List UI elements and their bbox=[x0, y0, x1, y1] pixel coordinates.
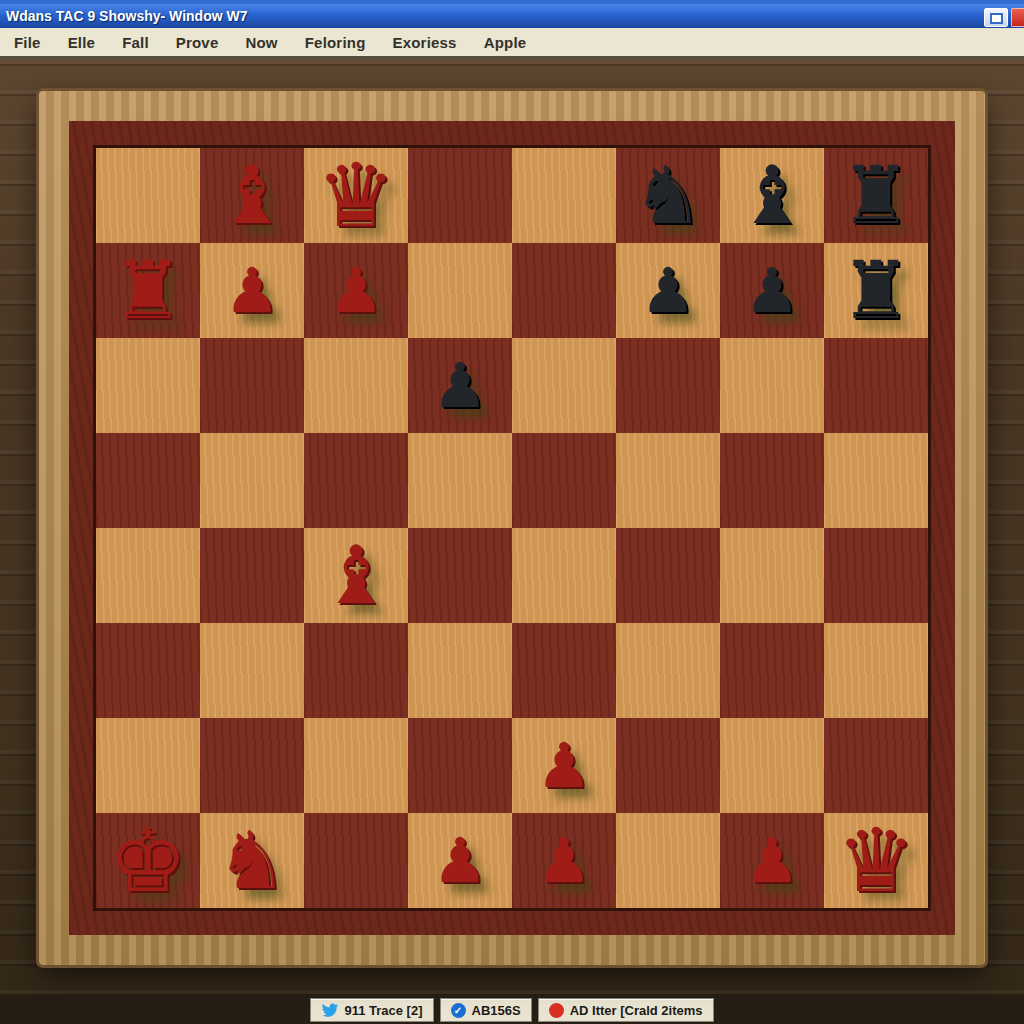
status-bar: 911 Trace [2]✓AB156SAD Itter [Crald 2ite… bbox=[0, 996, 1024, 1024]
square-a3[interactable] bbox=[96, 623, 200, 718]
board-wood-frame: ♝♛♞♝♜♜♟♟♟♟♜♟♝♟♚♞♟♟♟♛ bbox=[39, 91, 985, 965]
square-e5[interactable] bbox=[512, 433, 616, 528]
chess-board: ♝♛♞♝♜♜♟♟♟♟♜♟♝♟♚♞♟♟♟♛ bbox=[96, 148, 928, 908]
square-d5[interactable] bbox=[408, 433, 512, 528]
piece-black-pawn[interactable]: ♟ bbox=[640, 243, 696, 338]
square-c7[interactable]: ♟ bbox=[304, 243, 408, 338]
square-h2[interactable] bbox=[824, 718, 928, 813]
square-g5[interactable] bbox=[720, 433, 824, 528]
square-d8[interactable] bbox=[408, 148, 512, 243]
square-c4[interactable]: ♝ bbox=[304, 528, 408, 623]
piece-red-bishop[interactable]: ♝ bbox=[320, 528, 392, 623]
square-a7[interactable]: ♜ bbox=[96, 243, 200, 338]
piece-red-pawn[interactable]: ♟ bbox=[744, 813, 800, 908]
menu-item-prove[interactable]: Prove bbox=[176, 34, 219, 51]
square-d6[interactable]: ♟ bbox=[408, 338, 512, 433]
piece-red-king[interactable]: ♚ bbox=[109, 813, 188, 908]
square-d4[interactable] bbox=[408, 528, 512, 623]
square-g7[interactable]: ♟ bbox=[720, 243, 824, 338]
square-b5[interactable] bbox=[200, 433, 304, 528]
square-e3[interactable] bbox=[512, 623, 616, 718]
square-b4[interactable] bbox=[200, 528, 304, 623]
square-e2[interactable]: ♟ bbox=[512, 718, 616, 813]
square-f5[interactable] bbox=[616, 433, 720, 528]
square-e6[interactable] bbox=[512, 338, 616, 433]
square-f8[interactable]: ♞ bbox=[616, 148, 720, 243]
square-h6[interactable] bbox=[824, 338, 928, 433]
square-c5[interactable] bbox=[304, 433, 408, 528]
square-c6[interactable] bbox=[304, 338, 408, 433]
menu-item-file[interactable]: File bbox=[14, 34, 41, 51]
piece-red-pawn[interactable]: ♟ bbox=[224, 243, 280, 338]
piece-red-pawn[interactable]: ♟ bbox=[536, 718, 592, 813]
square-g8[interactable]: ♝ bbox=[720, 148, 824, 243]
square-a5[interactable] bbox=[96, 433, 200, 528]
piece-red-pawn[interactable]: ♟ bbox=[536, 813, 592, 908]
window-controls bbox=[984, 8, 1024, 27]
square-d2[interactable] bbox=[408, 718, 512, 813]
menu-item-feloring[interactable]: Feloring bbox=[305, 34, 366, 51]
piece-red-pawn[interactable]: ♟ bbox=[328, 243, 384, 338]
piece-red-pawn[interactable]: ♟ bbox=[432, 813, 488, 908]
piece-red-rook[interactable]: ♜ bbox=[112, 243, 184, 338]
square-a2[interactable] bbox=[96, 718, 200, 813]
square-h8[interactable]: ♜ bbox=[824, 148, 928, 243]
square-f2[interactable] bbox=[616, 718, 720, 813]
square-h7[interactable]: ♜ bbox=[824, 243, 928, 338]
bird-icon bbox=[321, 1003, 338, 1017]
square-c1[interactable] bbox=[304, 813, 408, 908]
square-g2[interactable] bbox=[720, 718, 824, 813]
square-a8[interactable] bbox=[96, 148, 200, 243]
square-g4[interactable] bbox=[720, 528, 824, 623]
piece-red-queen[interactable]: ♛ bbox=[317, 148, 396, 243]
square-h4[interactable] bbox=[824, 528, 928, 623]
maximize-button[interactable] bbox=[984, 8, 1008, 27]
square-c2[interactable] bbox=[304, 718, 408, 813]
board-inner-border: ♝♛♞♝♜♜♟♟♟♟♜♟♝♟♚♞♟♟♟♛ bbox=[93, 145, 931, 911]
square-f4[interactable] bbox=[616, 528, 720, 623]
piece-red-queen[interactable]: ♛ bbox=[837, 813, 916, 908]
piece-black-rook[interactable]: ♜ bbox=[840, 148, 912, 243]
square-h1[interactable]: ♛ bbox=[824, 813, 928, 908]
square-a1[interactable]: ♚ bbox=[96, 813, 200, 908]
square-f1[interactable] bbox=[616, 813, 720, 908]
title-bar: Wdans TAC 9 Showshy- Window W7 bbox=[0, 0, 1024, 28]
square-b7[interactable]: ♟ bbox=[200, 243, 304, 338]
piece-black-knight[interactable]: ♞ bbox=[632, 148, 704, 243]
square-g3[interactable] bbox=[720, 623, 824, 718]
square-c3[interactable] bbox=[304, 623, 408, 718]
menu-item-elle[interactable]: Elle bbox=[68, 34, 95, 51]
status-label: 911 Trace [2] bbox=[344, 1003, 422, 1018]
square-b1[interactable]: ♞ bbox=[200, 813, 304, 908]
square-a6[interactable] bbox=[96, 338, 200, 433]
square-e1[interactable]: ♟ bbox=[512, 813, 616, 908]
menu-item-fall[interactable]: Fall bbox=[122, 34, 149, 51]
square-e7[interactable] bbox=[512, 243, 616, 338]
square-g1[interactable]: ♟ bbox=[720, 813, 824, 908]
piece-black-pawn[interactable]: ♟ bbox=[432, 338, 488, 433]
check-disc-icon: ✓ bbox=[451, 1003, 466, 1018]
piece-black-pawn[interactable]: ♟ bbox=[744, 243, 800, 338]
square-h5[interactable] bbox=[824, 433, 928, 528]
square-f3[interactable] bbox=[616, 623, 720, 718]
piece-red-bishop[interactable]: ♝ bbox=[216, 148, 288, 243]
square-f7[interactable]: ♟ bbox=[616, 243, 720, 338]
square-a4[interactable] bbox=[96, 528, 200, 623]
square-e4[interactable] bbox=[512, 528, 616, 623]
red-disc-icon bbox=[549, 1003, 564, 1018]
board-maroon-margin: ♝♛♞♝♜♜♟♟♟♟♜♟♝♟♚♞♟♟♟♛ bbox=[69, 121, 955, 935]
game-area: ♝♛♞♝♜♜♟♟♟♟♜♟♝♟♚♞♟♟♟♛ bbox=[0, 59, 1024, 996]
square-b3[interactable] bbox=[200, 623, 304, 718]
status-segment-1[interactable]: 911 Trace [2] bbox=[310, 998, 433, 1022]
menu-item-exoriess[interactable]: Exoriess bbox=[393, 34, 457, 51]
square-f6[interactable] bbox=[616, 338, 720, 433]
square-e8[interactable] bbox=[512, 148, 616, 243]
piece-black-bishop[interactable]: ♝ bbox=[736, 148, 808, 243]
square-g6[interactable] bbox=[720, 338, 824, 433]
square-c8[interactable]: ♛ bbox=[304, 148, 408, 243]
status-segment-2[interactable]: ✓AB156S bbox=[440, 998, 532, 1022]
status-segment-3[interactable]: AD Itter [Crald 2items bbox=[538, 998, 714, 1022]
square-h3[interactable] bbox=[824, 623, 928, 718]
status-label: AB156S bbox=[472, 1003, 521, 1018]
square-d7[interactable] bbox=[408, 243, 512, 338]
square-d1[interactable]: ♟ bbox=[408, 813, 512, 908]
window-title: Wdans TAC 9 Showshy- Window W7 bbox=[6, 8, 248, 24]
piece-black-rook[interactable]: ♜ bbox=[840, 243, 912, 338]
status-label: AD Itter [Crald 2items bbox=[570, 1003, 703, 1018]
piece-red-knight[interactable]: ♞ bbox=[216, 813, 288, 908]
menu-item-apple[interactable]: Apple bbox=[484, 34, 527, 51]
square-b2[interactable] bbox=[200, 718, 304, 813]
square-d3[interactable] bbox=[408, 623, 512, 718]
close-button[interactable] bbox=[1011, 8, 1024, 27]
square-b6[interactable] bbox=[200, 338, 304, 433]
menu-bar: FileElleFallProveNowFeloringExoriessAppl… bbox=[0, 28, 1024, 59]
square-b8[interactable]: ♝ bbox=[200, 148, 304, 243]
menu-item-now[interactable]: Now bbox=[245, 34, 277, 51]
